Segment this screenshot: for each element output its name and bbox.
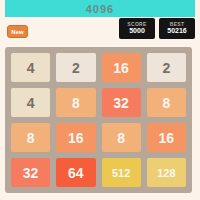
tile-r3c2: 16 bbox=[56, 123, 95, 152]
tile-r1c2: 2 bbox=[56, 53, 95, 82]
tile-r1c4: 2 bbox=[147, 53, 186, 82]
new-game-button[interactable]: New bbox=[7, 25, 28, 38]
game-board[interactable]: 42162483288168163264512128 bbox=[5, 47, 192, 193]
tile-r4c2: 64 bbox=[56, 158, 95, 187]
score-value: 5000 bbox=[129, 27, 145, 35]
tile-r2c3: 32 bbox=[102, 88, 141, 117]
tile-r2c4: 8 bbox=[147, 88, 186, 117]
tile-r3c1: 8 bbox=[11, 123, 50, 152]
tile-r1c3: 16 bbox=[102, 53, 141, 82]
app-window: 4096 New SCORE 5000 BEST 50216 421624832… bbox=[0, 0, 200, 200]
tile-r2c1: 4 bbox=[11, 88, 50, 117]
tile-r2c2: 8 bbox=[56, 88, 95, 117]
tile-r4c3: 512 bbox=[102, 158, 141, 187]
title-bar: 4096 bbox=[5, 0, 195, 17]
best-value: 50216 bbox=[167, 27, 186, 35]
tile-r3c3: 8 bbox=[102, 123, 141, 152]
page-title: 4096 bbox=[86, 3, 114, 15]
score-panel: SCORE 5000 BEST 50216 bbox=[119, 18, 195, 39]
tile-r4c1: 32 bbox=[11, 158, 50, 187]
tile-r4c4: 128 bbox=[147, 158, 186, 187]
tile-r1c1: 4 bbox=[11, 53, 50, 82]
best-score-box: BEST 50216 bbox=[159, 18, 195, 39]
score-box: SCORE 5000 bbox=[119, 18, 155, 39]
tile-r3c4: 16 bbox=[147, 123, 186, 152]
toolbar: New SCORE 5000 BEST 50216 bbox=[5, 17, 195, 43]
